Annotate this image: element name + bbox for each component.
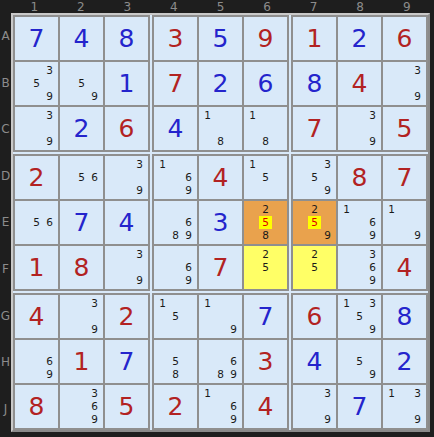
candidate-mark: 6 [227,355,240,368]
candidate-empty [88,184,101,197]
candidate-empty [340,323,353,336]
candidate-empty [17,342,30,355]
candidate-grid: 39 [105,156,148,199]
candidate-mark: 2 [308,248,321,261]
candidate-empty [62,64,75,77]
cell-H7[interactable]: 4 [293,340,336,383]
cell-D5[interactable]: 4 [199,156,242,199]
candidate-empty [62,171,75,184]
cell-value: 7 [15,17,58,60]
box-8: 1519758689321694 [152,293,289,430]
cell-A9[interactable]: 6 [383,17,426,60]
cell-H5[interactable]: 689 [199,340,242,383]
cell-B4[interactable]: 7 [154,62,197,105]
cell-value: 8 [338,156,381,199]
cell-F6[interactable]: 25 [244,246,287,289]
cell-C1[interactable]: 39 [15,107,58,150]
cell-B6[interactable]: 6 [244,62,287,105]
candidate-mark: 5 [169,310,182,323]
cell-F1[interactable]: 1 [15,246,58,289]
cell-value: 7 [199,246,242,289]
candidate-empty [156,248,169,261]
candidate-mark: 9 [366,135,379,148]
candidate-empty [411,216,424,229]
candidate-mark: 9 [43,135,56,148]
box-9: 6135984592397139 [291,293,428,430]
candidate-grid: 259 [293,201,336,244]
cell-H1[interactable]: 69 [15,340,58,383]
cell-G9[interactable]: 8 [383,295,426,338]
candidate-mark: 5 [30,216,43,229]
candidate-empty [227,310,240,323]
cell-B3[interactable]: 1 [105,62,148,105]
candidate-empty [227,122,240,135]
candidate-empty [340,342,353,355]
candidate-empty [353,261,366,274]
cell-value: 3 [154,17,197,60]
column-label-7: 7 [310,1,318,13]
candidate-empty [17,77,30,90]
candidate-empty [62,77,75,90]
candidate-empty [353,297,366,310]
candidate-empty [62,184,75,197]
cell-A5[interactable]: 5 [199,17,242,60]
candidate-mark: 2 [259,203,272,216]
candidate-empty [62,297,75,310]
cell-value: 4 [338,62,381,105]
candidate-empty [156,274,169,287]
candidate-empty [353,368,366,381]
candidate-empty [340,261,353,274]
cell-F3[interactable]: 39 [105,246,148,289]
candidate-empty [246,122,259,135]
column-label-6: 6 [263,1,271,13]
candidate-mark: 8 [259,135,272,148]
cell-H8[interactable]: 59 [338,340,381,383]
candidate-empty [107,158,120,171]
candidate-mark: 5 [30,77,43,90]
candidate-empty [246,171,259,184]
candidate-empty [75,323,88,336]
cell-G7[interactable]: 6 [293,295,336,338]
candidate-grid: 39 [293,385,336,428]
cell-C6[interactable]: 18 [244,107,287,150]
candidate-mark: 3 [366,297,379,310]
cell-value: 7 [105,340,148,383]
cell-F2[interactable]: 8 [60,246,103,289]
cell-D7[interactable]: 359 [293,156,336,199]
candidate-empty [156,171,169,184]
candidate-empty [353,216,366,229]
candidate-mark: 8 [169,368,182,381]
cell-value: 4 [293,340,336,383]
cell-value: 5 [383,107,426,150]
cell-G6[interactable]: 7 [244,295,287,338]
candidate-mark: 1 [340,297,353,310]
candidate-empty [353,109,366,122]
cell-J9[interactable]: 139 [383,385,426,428]
candidate-empty [75,90,88,103]
candidate-empty [201,413,214,426]
candidate-mark: 6 [182,216,195,229]
candidate-empty [398,77,411,90]
cell-value: 3 [199,201,242,244]
cell-value: 7 [338,385,381,428]
candidate-empty [30,368,43,381]
candidate-mark-highlighted: 5 [308,216,321,229]
candidate-empty [17,109,30,122]
candidate-grid: 1359 [338,295,381,338]
corner-spacer [0,0,11,13]
candidate-mark: 5 [169,355,182,368]
cell-D3[interactable]: 39 [105,156,148,199]
cell-B7[interactable]: 8 [293,62,336,105]
cell-G2[interactable]: 39 [60,295,103,338]
candidate-mark: 5 [308,261,321,274]
candidate-empty [272,109,285,122]
cell-D6[interactable]: 15 [244,156,287,199]
cell-C9[interactable]: 5 [383,107,426,150]
cell-E1[interactable]: 56 [15,201,58,244]
cell-J2[interactable]: 369 [60,385,103,428]
candidate-mark: 3 [366,109,379,122]
cell-A6[interactable]: 9 [244,17,287,60]
candidate-mark: 5 [308,171,321,184]
cell-C2[interactable]: 2 [60,107,103,150]
cell-value: 6 [293,295,336,338]
cell-F7[interactable]: 25 [293,246,336,289]
row-label-E: E [2,216,10,228]
candidate-mark: 5 [353,355,366,368]
candidate-empty [62,413,75,426]
candidate-empty [340,109,353,122]
candidate-empty [214,323,227,336]
candidate-empty [201,342,214,355]
candidate-mark: 5 [353,310,366,323]
candidate-empty [62,158,75,171]
candidate-empty [120,248,133,261]
candidate-empty [295,274,308,287]
candidate-empty [17,216,30,229]
candidate-empty [88,64,101,77]
box-4: 2563956741839 [13,154,150,291]
candidate-empty [201,323,214,336]
cell-A2[interactable]: 4 [60,17,103,60]
cell-D9[interactable]: 7 [383,156,426,199]
cell-J3[interactable]: 5 [105,385,148,428]
candidate-grid: 15 [154,295,197,338]
cell-F5[interactable]: 7 [199,246,242,289]
candidate-grid: 56 [60,156,103,199]
candidate-empty [133,171,146,184]
candidate-grid: 69 [15,340,58,383]
column-label-9: 9 [403,1,411,13]
candidate-mark: 3 [321,387,334,400]
cell-H4[interactable]: 58 [154,340,197,383]
candidate-mark: 9 [43,368,56,381]
candidate-mark: 1 [201,109,214,122]
candidate-empty [246,216,259,229]
cell-B8[interactable]: 4 [338,62,381,105]
candidate-grid: 169 [154,156,197,199]
candidate-mark: 3 [411,387,424,400]
candidate-grid: 39 [15,107,58,150]
column-label-5: 5 [217,1,225,13]
candidate-empty [353,342,366,355]
cell-E9[interactable]: 19 [383,201,426,244]
cell-H6[interactable]: 3 [244,340,287,383]
cell-C8[interactable]: 39 [338,107,381,150]
candidate-mark: 9 [182,184,195,197]
candidate-mark: 9 [133,184,146,197]
row-label-J: J [4,403,8,415]
candidate-empty [308,184,321,197]
cell-value: 4 [199,156,242,199]
cell-value: 1 [293,17,336,60]
cell-C3[interactable]: 6 [105,107,148,150]
candidate-empty [259,184,272,197]
candidate-empty [353,229,366,242]
candidate-empty [17,135,30,148]
candidate-mark: 8 [169,229,182,242]
candidate-empty [75,184,88,197]
candidate-empty [169,323,182,336]
candidate-empty [156,203,169,216]
candidate-empty [214,342,227,355]
cell-C4[interactable]: 4 [154,107,197,150]
cell-value: 8 [105,17,148,60]
candidate-empty [201,400,214,413]
candidate-empty [17,203,30,216]
cell-A7[interactable]: 1 [293,17,336,60]
candidate-mark: 9 [182,229,195,242]
candidate-mark: 2 [259,248,272,261]
candidate-mark: 6 [43,216,56,229]
candidate-empty [75,400,88,413]
candidate-mark: 1 [201,297,214,310]
candidate-grid: 39 [105,246,148,289]
cell-B9[interactable]: 39 [383,62,426,105]
cell-E3[interactable]: 4 [105,201,148,244]
candidate-empty [156,368,169,381]
cell-C7[interactable]: 7 [293,107,336,150]
cell-D1[interactable]: 2 [15,156,58,199]
candidate-empty [107,171,120,184]
candidate-mark: 6 [182,171,195,184]
candidate-mark: 8 [259,229,272,242]
row-label-C: C [1,123,9,135]
candidate-grid: 139 [383,385,426,428]
cell-A8[interactable]: 2 [338,17,381,60]
candidate-empty [169,203,182,216]
candidate-empty [120,274,133,287]
candidate-empty [214,310,227,323]
candidate-mark: 6 [43,355,56,368]
cell-B5[interactable]: 2 [199,62,242,105]
candidate-mark: 9 [411,229,424,242]
cell-J7[interactable]: 39 [293,385,336,428]
cell-E6[interactable]: 258 [244,201,287,244]
cell-value: 7 [383,156,426,199]
cell-J4[interactable]: 2 [154,385,197,428]
cell-A3[interactable]: 8 [105,17,148,60]
column-labels: 123456789 [11,0,430,13]
candidate-empty [366,342,379,355]
cell-E5[interactable]: 3 [199,201,242,244]
candidate-empty [17,122,30,135]
cell-J1[interactable]: 8 [15,385,58,428]
candidate-empty [366,355,379,368]
cell-B2[interactable]: 59 [60,62,103,105]
candidate-empty [295,387,308,400]
cell-G5[interactable]: 19 [199,295,242,338]
candidate-grid: 18 [199,107,242,150]
candidate-empty [75,413,88,426]
candidate-mark: 9 [182,274,195,287]
candidate-empty [107,261,120,274]
candidate-empty [214,400,227,413]
box-1: 7483595913926 [13,15,150,152]
candidate-grid: 25 [293,246,336,289]
candidate-empty [182,355,195,368]
box-5: 169415689325869725 [152,154,289,291]
candidate-empty [272,184,285,197]
candidate-mark: 9 [366,323,379,336]
candidate-mark: 1 [385,203,398,216]
cell-value: 2 [105,295,148,338]
candidate-grid: 25 [244,246,287,289]
candidate-mark: 3 [88,387,101,400]
candidate-empty [353,203,366,216]
candidate-empty [120,158,133,171]
candidate-mark: 5 [75,171,88,184]
candidate-empty [295,229,308,242]
candidate-empty [272,171,285,184]
candidate-empty [398,387,411,400]
candidate-empty [156,355,169,368]
row-label-D: D [1,170,10,182]
candidate-empty [295,413,308,426]
candidate-mark: 3 [88,297,101,310]
candidate-empty [340,368,353,381]
candidate-empty [107,248,120,261]
cell-value: 7 [60,201,103,244]
cell-C5[interactable]: 18 [199,107,242,150]
candidate-grid: 39 [383,62,426,105]
candidate-empty [107,184,120,197]
candidate-empty [75,297,88,310]
cell-D8[interactable]: 8 [338,156,381,199]
cell-B1[interactable]: 359 [15,62,58,105]
candidate-empty [259,122,272,135]
cell-value: 8 [15,385,58,428]
candidate-empty [182,368,195,381]
candidate-empty [43,203,56,216]
candidate-empty [214,413,227,426]
candidate-empty [182,203,195,216]
cell-E7[interactable]: 259 [293,201,336,244]
candidate-empty [75,310,88,323]
cell-A1[interactable]: 7 [15,17,58,60]
cell-E8[interactable]: 169 [338,201,381,244]
candidate-empty [385,413,398,426]
candidate-empty [340,229,353,242]
cell-F8[interactable]: 369 [338,246,381,289]
cell-G1[interactable]: 4 [15,295,58,338]
cell-value: 8 [60,246,103,289]
candidate-grid: 169 [199,385,242,428]
cell-G3[interactable]: 2 [105,295,148,338]
cell-value: 5 [105,385,148,428]
cell-J5[interactable]: 169 [199,385,242,428]
candidate-mark: 3 [366,248,379,261]
cell-value: 6 [383,17,426,60]
candidate-empty [214,297,227,310]
box-3: 12684397395 [291,15,428,152]
cell-E2[interactable]: 7 [60,201,103,244]
candidate-empty [308,274,321,287]
candidate-empty [385,77,398,90]
cell-H2[interactable]: 1 [60,340,103,383]
candidate-empty [156,184,169,197]
candidate-empty [169,261,182,274]
candidate-empty [201,355,214,368]
candidate-empty [182,297,195,310]
cell-G4[interactable]: 15 [154,295,197,338]
cell-F4[interactable]: 69 [154,246,197,289]
candidate-empty [321,171,334,184]
cell-E4[interactable]: 689 [154,201,197,244]
cell-H3[interactable]: 7 [105,340,148,383]
candidate-empty [30,64,43,77]
cell-A4[interactable]: 3 [154,17,197,60]
candidate-empty [366,122,379,135]
cell-value: 4 [244,385,287,428]
candidate-mark: 9 [321,184,334,197]
cell-J6[interactable]: 4 [244,385,287,428]
candidate-empty [156,342,169,355]
candidate-mark-highlighted: 5 [259,216,272,229]
cell-F9[interactable]: 4 [383,246,426,289]
cell-value: 2 [154,385,197,428]
cell-G8[interactable]: 1359 [338,295,381,338]
candidate-mark: 6 [88,400,101,413]
candidate-empty [340,248,353,261]
candidate-empty [321,203,334,216]
candidate-grid: 19 [383,201,426,244]
cell-value: 9 [244,17,287,60]
cell-D2[interactable]: 56 [60,156,103,199]
candidate-grid: 689 [154,201,197,244]
cell-J8[interactable]: 7 [338,385,381,428]
candidate-empty [227,387,240,400]
candidate-grid: 58 [154,340,197,383]
candidate-mark: 3 [321,158,334,171]
candidate-empty [308,413,321,426]
candidate-mark: 9 [88,90,101,103]
candidate-empty [30,90,43,103]
cell-H9[interactable]: 2 [383,340,426,383]
candidate-empty [43,122,56,135]
candidate-empty [398,203,411,216]
candidate-empty [17,368,30,381]
column-label-3: 3 [124,1,132,13]
candidate-mark: 9 [366,368,379,381]
candidate-mark: 9 [366,229,379,242]
candidate-empty [411,77,424,90]
candidate-empty [246,184,259,197]
cell-D4[interactable]: 169 [154,156,197,199]
